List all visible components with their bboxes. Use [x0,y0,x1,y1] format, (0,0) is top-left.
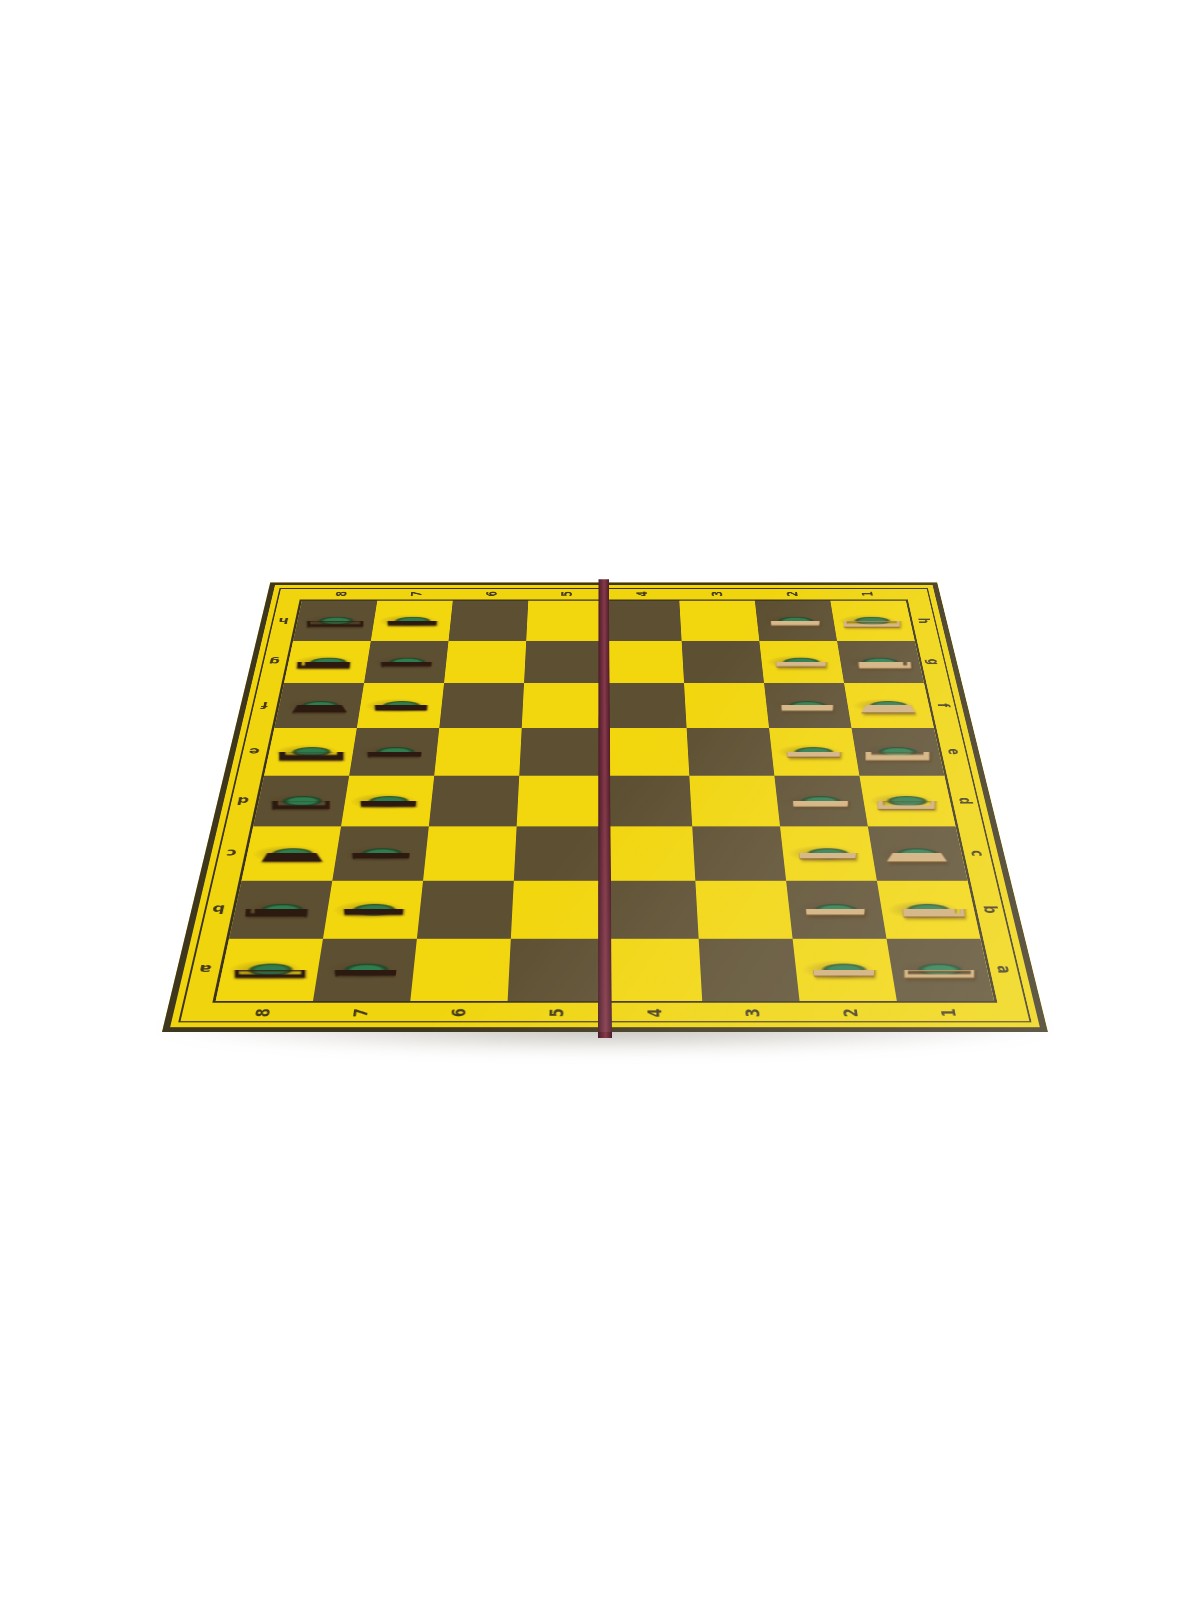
rank-label-front-7: 7 [346,1004,374,1021]
file-label-left-a: a [191,961,220,977]
piece-felt-a1 [913,962,966,976]
piece-felt-e1 [874,746,920,757]
piece-felt-a8 [244,962,297,976]
piece-felt-h8 [315,616,357,625]
file-label-right-b: b [977,902,1005,917]
file-label-left-d: d [230,794,256,807]
piece-felt-f7 [379,700,423,710]
perspective-container: 8877665544332211hhggffeeddccbbaa ♜♞♝♛♚♝♞… [0,0,1200,1600]
rank-label-back-2: 2 [781,589,802,599]
photo-scene: 8877665544332211hhggffeeddccbbaa ♜♞♝♛♚♝♞… [0,0,1200,1600]
piece-felt-h2 [775,616,817,625]
file-label-left-b: b [205,902,233,917]
piece-felt-b2 [810,903,860,916]
piece-felt-d7 [365,795,412,807]
piece-felt-b1 [902,903,953,916]
file-label-left-h: h [272,615,294,625]
file-label-right-h: h [913,615,936,625]
rank-label-front-6: 6 [444,1004,471,1021]
file-label-left-c: c [218,846,245,860]
piece-felt-c7 [357,847,406,860]
file-label-left-g: g [263,656,286,667]
piece-felt-b8 [256,903,307,916]
file-label-right-c: c [964,846,991,860]
rank-label-back-1: 1 [856,589,878,599]
file-label-left-e: e [242,745,267,758]
file-label-right-f: f [932,699,956,711]
rank-label-back-7: 7 [405,589,426,599]
rank-label-front-8: 8 [248,1004,277,1021]
piece-felt-g7 [385,657,428,667]
piece-felt-h7 [392,616,433,625]
rank-label-front-4: 4 [641,1004,667,1021]
piece-felt-d2 [797,795,844,807]
rank-label-back-5: 5 [556,589,576,599]
piece-felt-h1 [851,616,893,625]
piece-felt-d8 [278,795,326,807]
rank-label-back-4: 4 [631,589,651,599]
chess-board: 8877665544332211hhggffeeddccbbaa ♜♞♝♛♚♝♞… [162,583,1048,1032]
piece-felt-e7 [372,746,417,757]
piece-felt-f1 [866,700,911,710]
piece-felt-c2 [803,847,852,860]
rank-label-front-3: 3 [738,1004,765,1021]
piece-felt-c8 [267,847,316,860]
piece-felt-g2 [780,657,823,667]
piece-felt-d1 [883,795,931,807]
rank-label-back-6: 6 [481,589,502,599]
piece-felt-a7 [340,962,392,976]
piece-felt-a2 [818,962,870,976]
rank-label-front-5: 5 [543,1004,569,1021]
file-label-right-g: g [922,656,945,667]
rank-label-front-1: 1 [933,1004,962,1021]
piece-felt-g8 [306,657,349,667]
piece-felt-g1 [858,657,901,667]
piece-felt-e2 [791,746,837,757]
rank-label-front-2: 2 [836,1004,864,1021]
piece-felt-f2 [785,700,829,710]
rank-label-back-3: 3 [706,589,727,599]
rank-label-back-8: 8 [330,589,352,599]
file-label-right-a: a [990,961,1019,977]
piece-felt-e8 [288,746,334,757]
piece-felt-c1 [892,847,941,860]
file-label-left-f: f [253,699,277,711]
piece-felt-b7 [349,903,399,916]
piece-felt-f8 [297,700,342,710]
file-label-right-d: d [953,794,979,807]
file-label-right-e: e [942,745,967,758]
